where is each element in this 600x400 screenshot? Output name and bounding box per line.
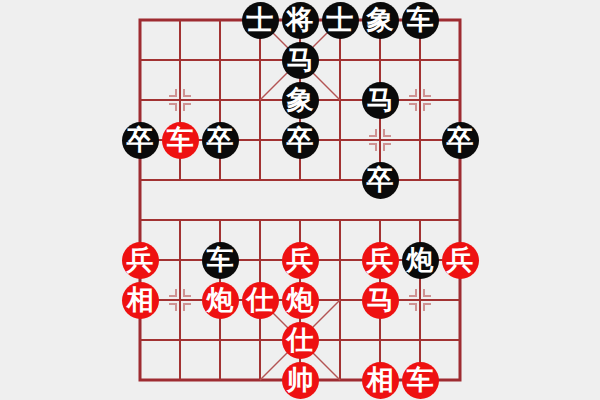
black-soldier-piece[interactable]: 卒: [122, 122, 159, 159]
board-point[interactable]: [160, 360, 200, 400]
board-point[interactable]: 车: [400, 360, 440, 400]
board-point[interactable]: [120, 360, 160, 400]
red-elephant-piece[interactable]: 相: [122, 282, 159, 319]
board-point[interactable]: [200, 40, 240, 80]
black-general-piece[interactable]: 将: [282, 2, 319, 39]
board-point[interactable]: 马: [360, 280, 400, 320]
board-point[interactable]: [240, 80, 280, 120]
board-point[interactable]: [440, 80, 480, 120]
board-point[interactable]: [400, 280, 440, 320]
red-chariot-piece[interactable]: 车: [162, 122, 199, 159]
board-point[interactable]: [200, 200, 240, 240]
board-point[interactable]: [200, 360, 240, 400]
board-point[interactable]: [200, 80, 240, 120]
board-point[interactable]: [400, 320, 440, 360]
black-advisor-piece[interactable]: 士: [242, 2, 279, 39]
red-cannon-piece[interactable]: 炮: [282, 282, 319, 319]
board-point[interactable]: [320, 280, 360, 320]
board-point[interactable]: [160, 240, 200, 280]
board-point[interactable]: 车: [200, 240, 240, 280]
board-point[interactable]: [120, 160, 160, 200]
red-horse-piece[interactable]: 马: [362, 282, 399, 319]
red-chariot-piece[interactable]: 车: [402, 362, 439, 399]
board-point[interactable]: 仕: [240, 280, 280, 320]
red-general-piece[interactable]: 帅: [282, 362, 319, 399]
board-point[interactable]: [320, 80, 360, 120]
board-point[interactable]: [320, 200, 360, 240]
board-point[interactable]: 将: [280, 0, 320, 40]
board-point[interactable]: [240, 120, 280, 160]
board-point[interactable]: [320, 360, 360, 400]
board-point[interactable]: 马: [360, 80, 400, 120]
board-point[interactable]: [400, 80, 440, 120]
board-point[interactable]: [320, 320, 360, 360]
red-soldier-piece[interactable]: 兵: [122, 242, 159, 279]
board-point[interactable]: [400, 40, 440, 80]
black-soldier-piece[interactable]: 卒: [442, 122, 479, 159]
board-point[interactable]: [320, 40, 360, 80]
board-point[interactable]: 兵: [120, 240, 160, 280]
board-point[interactable]: [240, 200, 280, 240]
board-point[interactable]: [240, 40, 280, 80]
red-advisor-piece[interactable]: 仕: [282, 322, 319, 359]
red-soldier-piece[interactable]: 兵: [282, 242, 319, 279]
board-point[interactable]: 仕: [280, 320, 320, 360]
board-point[interactable]: [120, 0, 160, 40]
board-point[interactable]: [440, 280, 480, 320]
board-point[interactable]: [160, 280, 200, 320]
black-chariot-piece[interactable]: 车: [202, 242, 239, 279]
xiangqi-board: 士将士象车马象马卒车卒卒卒卒兵车兵兵炮兵相炮仕炮马仕帅相车: [120, 0, 480, 400]
board-point[interactable]: 炮: [400, 240, 440, 280]
board-point[interactable]: [280, 160, 320, 200]
board-point[interactable]: [120, 320, 160, 360]
board-point[interactable]: 车: [400, 0, 440, 40]
board-point[interactable]: [120, 40, 160, 80]
board-point[interactable]: [200, 160, 240, 200]
board-point[interactable]: [360, 320, 400, 360]
black-elephant-piece[interactable]: 象: [362, 2, 399, 39]
board-point[interactable]: 兵: [360, 240, 400, 280]
board-point[interactable]: [160, 200, 200, 240]
board-point[interactable]: 兵: [440, 240, 480, 280]
board-point[interactable]: [360, 120, 400, 160]
red-soldier-piece[interactable]: 兵: [362, 242, 399, 279]
board-point[interactable]: [400, 200, 440, 240]
board-point[interactable]: [160, 160, 200, 200]
board-point[interactable]: 相: [120, 280, 160, 320]
xiangqi-app: 士将士象车马象马卒车卒卒卒卒兵车兵兵炮兵相炮仕炮马仕帅相车: [0, 0, 600, 400]
board-point[interactable]: 卒: [200, 120, 240, 160]
red-elephant-piece[interactable]: 相: [362, 362, 399, 399]
board-point[interactable]: 卒: [360, 160, 400, 200]
board-point[interactable]: [160, 40, 200, 80]
board-point[interactable]: [360, 200, 400, 240]
red-cannon-piece[interactable]: 炮: [202, 282, 239, 319]
board-point[interactable]: [160, 320, 200, 360]
board-point[interactable]: [440, 360, 480, 400]
board-point[interactable]: [240, 240, 280, 280]
board-point[interactable]: [440, 40, 480, 80]
board-point[interactable]: [240, 360, 280, 400]
board-point[interactable]: [240, 320, 280, 360]
board-point[interactable]: [440, 320, 480, 360]
board-point[interactable]: 士: [320, 0, 360, 40]
board-point[interactable]: 象: [360, 0, 400, 40]
board-point[interactable]: 卒: [440, 120, 480, 160]
black-cannon-piece[interactable]: 炮: [402, 242, 439, 279]
board-point[interactable]: 象: [280, 80, 320, 120]
board-point[interactable]: [200, 0, 240, 40]
black-horse-piece[interactable]: 马: [282, 42, 319, 79]
board-point[interactable]: 马: [280, 40, 320, 80]
red-advisor-piece[interactable]: 仕: [242, 282, 279, 319]
board-point[interactable]: [320, 160, 360, 200]
board-point[interactable]: [320, 240, 360, 280]
board-point[interactable]: [440, 200, 480, 240]
black-soldier-piece[interactable]: 卒: [282, 122, 319, 159]
board-point[interactable]: [400, 160, 440, 200]
board-point[interactable]: [240, 160, 280, 200]
black-soldier-piece[interactable]: 卒: [202, 122, 239, 159]
board-point[interactable]: 相: [360, 360, 400, 400]
board-point[interactable]: [160, 80, 200, 120]
board-point[interactable]: [440, 160, 480, 200]
board-point[interactable]: [320, 120, 360, 160]
board-grid: 士将士象车马象马卒车卒卒卒卒兵车兵兵炮兵相炮仕炮马仕帅相车: [120, 0, 480, 400]
board-point[interactable]: 卒: [120, 120, 160, 160]
board-point[interactable]: [120, 200, 160, 240]
board-point[interactable]: [280, 200, 320, 240]
board-point[interactable]: 帅: [280, 360, 320, 400]
board-point[interactable]: [160, 0, 200, 40]
board-point[interactable]: 卒: [280, 120, 320, 160]
board-point[interactable]: 士: [240, 0, 280, 40]
board-point[interactable]: 车: [160, 120, 200, 160]
board-point[interactable]: [120, 80, 160, 120]
board-point[interactable]: 炮: [280, 280, 320, 320]
black-elephant-piece[interactable]: 象: [282, 82, 319, 119]
board-point[interactable]: [200, 320, 240, 360]
red-soldier-piece[interactable]: 兵: [442, 242, 479, 279]
board-point[interactable]: [360, 40, 400, 80]
black-soldier-piece[interactable]: 卒: [362, 162, 399, 199]
board-point[interactable]: 炮: [200, 280, 240, 320]
board-point[interactable]: [440, 0, 480, 40]
board-point[interactable]: 兵: [280, 240, 320, 280]
black-chariot-piece[interactable]: 车: [402, 2, 439, 39]
black-advisor-piece[interactable]: 士: [322, 2, 359, 39]
board-point[interactable]: [400, 120, 440, 160]
black-horse-piece[interactable]: 马: [362, 82, 399, 119]
